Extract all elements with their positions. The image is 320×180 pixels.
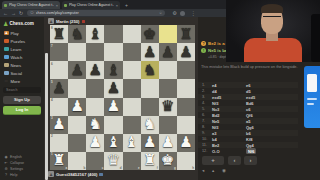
move-number: 9.: [202, 131, 212, 135]
square-e3[interactable]: [123, 116, 141, 134]
chesscom-favicon: [4, 4, 7, 7]
new-tab-button[interactable]: +: [123, 2, 130, 8]
rank-label: 2: [51, 134, 53, 138]
logo-pawn-icon: ♟: [3, 20, 8, 27]
help-icon: ?: [4, 173, 8, 177]
play-icon: ♟: [4, 31, 9, 36]
tab-close-icon[interactable]: ×: [56, 3, 58, 8]
url-text: chess.com/play/computer: [36, 11, 157, 15]
square-h2[interactable]: ♟: [177, 134, 195, 152]
sidebar-item-watch[interactable]: Watch: [0, 53, 44, 61]
square-c8[interactable]: ♝: [86, 25, 104, 43]
puzzles-icon: [4, 39, 9, 44]
previous-move-button[interactable]: ‹: [228, 156, 241, 165]
white-queen-d1: ♛: [107, 153, 120, 168]
sidebar-footer-label: Help: [10, 173, 17, 177]
move-number: 3.: [202, 95, 212, 99]
move-number: 11.: [202, 143, 212, 147]
signup-button[interactable]: Sign Up: [3, 96, 41, 104]
square-b7[interactable]: [68, 43, 86, 61]
english-icon: ◉: [4, 155, 8, 159]
move-number: 12.: [202, 149, 212, 153]
square-f5[interactable]: [141, 79, 159, 97]
square-g4[interactable]: ♛: [159, 98, 177, 116]
square-c2[interactable]: ♟: [86, 134, 104, 152]
black-pawn-c6: ♟: [89, 63, 102, 78]
square-h7[interactable]: ♟: [177, 43, 195, 61]
square-f6[interactable]: ♞: [141, 61, 159, 79]
square-e6[interactable]: [123, 61, 141, 79]
flip-board-icon[interactable]: ▴: [212, 168, 214, 173]
square-b3[interactable]: [68, 116, 86, 134]
square-d1[interactable]: d♛: [104, 152, 122, 170]
black-pawn-b6: ♟: [70, 63, 83, 78]
tab-title: Play Chess Online Against t…: [9, 3, 54, 7]
site-info-icon[interactable]: ⓘ: [30, 11, 34, 15]
search-input[interactable]: Search: [3, 87, 41, 93]
best-move-icon: !: [201, 48, 206, 53]
square-d2[interactable]: ♝: [104, 134, 122, 152]
white-move[interactable]: b4: [212, 137, 246, 142]
white-move[interactable]: Nf3: [212, 125, 246, 130]
sidebar-item-learn[interactable]: Learn: [0, 45, 44, 53]
sidebar-footer-help[interactable]: ?Help: [0, 172, 44, 178]
square-g1[interactable]: g♚: [159, 152, 177, 170]
sidebar: ♟ Chess.com ♟PlayPuzzlesLearnWatchNewsSo…: [0, 17, 44, 180]
watch-icon: [4, 55, 9, 60]
record-icon[interactable]: ◉: [222, 168, 226, 173]
black-move[interactable]: Kf8: [246, 137, 280, 142]
white-move[interactable]: exd5: [212, 95, 246, 100]
move-row: 12.O-ONf6: [198, 148, 298, 154]
sidebar-footer-label: English: [10, 155, 22, 159]
square-f3[interactable]: ♞: [141, 116, 159, 134]
square-g7[interactable]: ♟: [159, 43, 177, 61]
square-c4[interactable]: [86, 98, 104, 116]
white-move[interactable]: Bd2: [212, 113, 246, 118]
file-label: b: [83, 166, 85, 170]
browser-tab-1[interactable]: Play Chess Online Against t… ×: [2, 1, 60, 9]
square-h6[interactable]: [177, 61, 195, 79]
file-label: h: [192, 166, 194, 170]
square-c7[interactable]: [86, 43, 104, 61]
black-move[interactable]: exd5: [246, 95, 280, 100]
back-icon[interactable]: ←: [3, 10, 8, 16]
webcam-video: [226, 0, 320, 62]
file-label: e: [138, 166, 140, 170]
black-move[interactable]: Nf6: [246, 149, 280, 154]
player-avatar: ♟: [48, 171, 54, 177]
pip-text-line: [307, 98, 317, 100]
add-move-button[interactable]: +: [202, 156, 224, 165]
square-a2[interactable]: 2: [50, 134, 68, 152]
move-number: 7.: [202, 119, 212, 123]
square-d5[interactable]: ♟: [104, 79, 122, 97]
sidebar-item-label: Play: [11, 31, 19, 36]
square-e1[interactable]: e: [123, 152, 141, 170]
white-bishop-d2: ♝: [107, 135, 120, 150]
white-move[interactable]: a3: [212, 131, 246, 136]
square-f1[interactable]: f♜: [141, 152, 159, 170]
tab-title: Play Chess Online Against t…: [69, 3, 114, 7]
white-move[interactable]: Ne5: [212, 119, 246, 124]
social-icon: [4, 71, 9, 76]
first-move-icon[interactable]: ◂: [202, 168, 204, 173]
white-pawn-c2: ♟: [89, 135, 102, 150]
square-f2[interactable]: ♟: [141, 134, 159, 152]
browser-profile-avatar[interactable]: [180, 11, 185, 16]
move-number: 1.: [202, 83, 212, 87]
square-h4[interactable]: [177, 98, 195, 116]
square-g2[interactable]: ♟: [159, 134, 177, 152]
webcam-person-glasses: [263, 16, 281, 19]
sidebar-item-social[interactable]: Social: [0, 69, 44, 77]
screenshot-root: Play Chess Online Against t… × Play Ches…: [0, 0, 320, 180]
rank-label: 4: [51, 98, 53, 102]
square-g8[interactable]: [159, 25, 177, 43]
pip-overlay-window: [304, 66, 320, 128]
sidebar-item-label: News: [11, 63, 21, 68]
white-knight-c3: ♞: [89, 117, 102, 132]
white-pawn-b4: ♟: [70, 99, 83, 114]
tab-close-icon[interactable]: ×: [116, 3, 118, 8]
square-b1[interactable]: b: [68, 152, 86, 170]
white-pawn-a3: ♟: [52, 117, 65, 132]
opponent-name: Martin (250): [56, 19, 80, 24]
settings-icon: ⚙: [4, 167, 8, 171]
mistake-icon: ?: [201, 41, 206, 46]
white-pawn-g2: ♟: [161, 135, 174, 150]
bookmark-star-icon[interactable]: ☆: [159, 11, 162, 15]
square-c1[interactable]: c: [86, 152, 104, 170]
square-a6[interactable]: 6: [50, 61, 68, 79]
microphone-boom: [311, 14, 320, 62]
white-bishop-e2: ♝: [125, 135, 138, 150]
sidebar-footer-label: Collapse: [10, 161, 24, 165]
chesscom-favicon: [64, 4, 67, 7]
rank-label: 6: [51, 62, 53, 66]
file-label: c: [102, 166, 104, 170]
white-pawn-h2: ♟: [179, 135, 192, 150]
white-rook-a1: ♜: [52, 153, 65, 168]
square-h1[interactable]: h: [177, 152, 195, 170]
more-icon: ⋯: [4, 79, 9, 84]
opponent-player-bar: ♟ Martin (250): [48, 17, 196, 25]
reload-icon[interactable]: ↻: [19, 10, 23, 16]
square-a3[interactable]: 3♟: [50, 116, 68, 134]
square-e5[interactable]: [123, 79, 141, 97]
sidebar-item-puzzles[interactable]: Puzzles: [0, 37, 44, 45]
square-b6[interactable]: ♟: [68, 61, 86, 79]
black-move[interactable]: c6: [246, 107, 280, 112]
black-pawn-f7: ♟: [143, 45, 156, 60]
black-move[interactable]: a5: [246, 119, 280, 124]
move-number: 8.: [202, 125, 212, 129]
square-c3[interactable]: ♞: [86, 116, 104, 134]
move-number: 6.: [202, 113, 212, 117]
sidebar-footer-label: Settings: [10, 167, 23, 171]
sidebar-item-label: Watch: [11, 55, 23, 60]
black-rook-h8: ♜: [179, 27, 192, 42]
square-a7[interactable]: 7: [50, 43, 68, 61]
black-move[interactable]: Qf6: [246, 113, 280, 118]
square-g5[interactable]: [159, 79, 177, 97]
black-knight-f6: ♞: [143, 63, 156, 78]
square-h8[interactable]: ♜: [177, 25, 195, 43]
rank-label: 7: [51, 44, 53, 48]
white-knight-f3: ♞: [143, 117, 156, 132]
black-knight-b8: ♞: [70, 27, 83, 42]
white-rook-f1: ♜: [143, 153, 156, 168]
black-bishop-d6: ♝: [107, 63, 120, 78]
black-rook-a8: ♜: [52, 27, 65, 42]
address-bar[interactable]: ⓘ chess.com/play/computer ☆: [27, 10, 165, 16]
square-b5[interactable]: [68, 79, 86, 97]
square-d8[interactable]: [104, 25, 122, 43]
square-c6[interactable]: ♟: [86, 61, 104, 79]
next-move-button[interactable]: ›: [244, 156, 257, 165]
white-move[interactable]: Be2: [212, 143, 246, 148]
square-g6[interactable]: [159, 61, 177, 79]
square-d6[interactable]: ♝: [104, 61, 122, 79]
square-e8[interactable]: [123, 25, 141, 43]
black-move[interactable]: Bd6: [246, 101, 280, 106]
move-number: 10.: [202, 137, 212, 141]
opponent-flag-icon: [82, 20, 86, 23]
black-move[interactable]: e6: [246, 83, 280, 88]
black-pawn-d5: ♟: [107, 81, 120, 96]
square-e2[interactable]: ♝: [123, 134, 141, 152]
move-number: 2.: [202, 89, 212, 93]
black-pawn-h7: ♟: [179, 45, 192, 60]
square-d7[interactable]: [104, 43, 122, 61]
black-move[interactable]: Qg4: [246, 143, 280, 148]
square-e4[interactable]: [123, 98, 141, 116]
login-button[interactable]: Log In: [3, 106, 41, 114]
move-number: 4.: [202, 101, 212, 105]
square-f8[interactable]: ♚: [141, 25, 159, 43]
webcam-person-hair: [261, 4, 283, 13]
white-move[interactable]: Nf3: [212, 101, 246, 106]
forward-icon[interactable]: →: [11, 10, 16, 16]
sidebar-item-news[interactable]: News: [0, 61, 44, 69]
sidebar-item-label: Puzzles: [11, 39, 26, 44]
white-move[interactable]: e4: [212, 83, 246, 88]
square-d3[interactable]: [104, 116, 122, 134]
webcam-person-shirt: [244, 38, 302, 62]
square-c5[interactable]: [86, 79, 104, 97]
chess-board: 8♜♞♝♚♜7♟♟♟6♟♟♝♞5♟♟4♟♟♛3♟♞♞2♟♝♝♟♟♟1a♜bcd♛…: [50, 25, 195, 170]
white-move[interactable]: Nc3: [212, 107, 246, 112]
sidebar-item-play[interactable]: ♟Play: [0, 29, 44, 37]
black-bishop-c8: ♝: [89, 27, 102, 42]
opponent-avatar: ♟: [48, 18, 54, 24]
square-a5[interactable]: 5♟: [50, 79, 68, 97]
browser-menu-icon[interactable]: ⋮: [191, 10, 196, 16]
square-b4[interactable]: ♟: [68, 98, 86, 116]
webcam-person: [266, 33, 278, 41]
news-icon: [4, 63, 9, 68]
file-label: f: [157, 166, 158, 170]
square-g3[interactable]: [159, 116, 177, 134]
square-h3[interactable]: [177, 116, 195, 134]
player-name: Guest38452167 (400): [56, 172, 97, 177]
sidebar-item-label: Learn: [11, 47, 22, 52]
square-a4[interactable]: 4: [50, 98, 68, 116]
black-queen-g4: ♛: [161, 99, 174, 114]
black-pawn-g7: ♟: [161, 45, 174, 60]
sidebar-item-more[interactable]: ⋯More: [0, 77, 44, 85]
player-flag-icon: [99, 173, 103, 176]
white-pawn-f2: ♟: [143, 135, 156, 150]
sidebar-item-label: Social: [11, 71, 22, 76]
black-move[interactable]: Qg6: [246, 125, 280, 130]
sidebar-item-label: More: [11, 79, 21, 84]
black-move[interactable]: d5: [246, 89, 280, 94]
extensions-icon[interactable]: ⚙: [172, 10, 176, 16]
coach-comment: This mistake lets Black build up pressur…: [201, 65, 303, 69]
move-number: 5.: [202, 107, 212, 111]
page-scrollbar[interactable]: [45, 53, 48, 180]
square-e7[interactable]: [123, 43, 141, 61]
logo-text: Chess.com: [9, 21, 34, 26]
learn-icon: [4, 47, 9, 52]
square-a8[interactable]: 8♜: [50, 25, 68, 43]
white-move[interactable]: d4: [212, 89, 246, 94]
square-d4[interactable]: ♟: [104, 98, 122, 116]
white-pawn-d4: ♟: [107, 99, 120, 114]
square-f7[interactable]: ♟: [141, 43, 159, 61]
pip-text-line: [307, 103, 314, 105]
square-b8[interactable]: ♞: [68, 25, 86, 43]
white-king-g1: ♚: [161, 153, 174, 168]
square-f4[interactable]: [141, 98, 159, 116]
black-move[interactable]: b6: [246, 131, 280, 136]
pip-card: [307, 74, 317, 92]
black-pawn-a5: ♟: [52, 81, 65, 96]
square-a1[interactable]: 1a♜: [50, 152, 68, 170]
black-king-f8: ♚: [143, 27, 156, 42]
square-h5[interactable]: [177, 79, 195, 97]
browser-tab-2[interactable]: Play Chess Online Against t… ×: [62, 1, 120, 9]
collapse-icon: ⇤: [4, 161, 8, 165]
square-b2[interactable]: [68, 134, 86, 152]
chesscom-logo[interactable]: ♟ Chess.com: [0, 17, 44, 29]
move-list: 1.e4e62.d4d53.exd5exd54.Nf3Bd65.Nc3c66.B…: [198, 82, 298, 154]
white-move[interactable]: O-O: [212, 149, 246, 154]
player-bar: ♟ Guest38452167 (400): [48, 170, 196, 178]
